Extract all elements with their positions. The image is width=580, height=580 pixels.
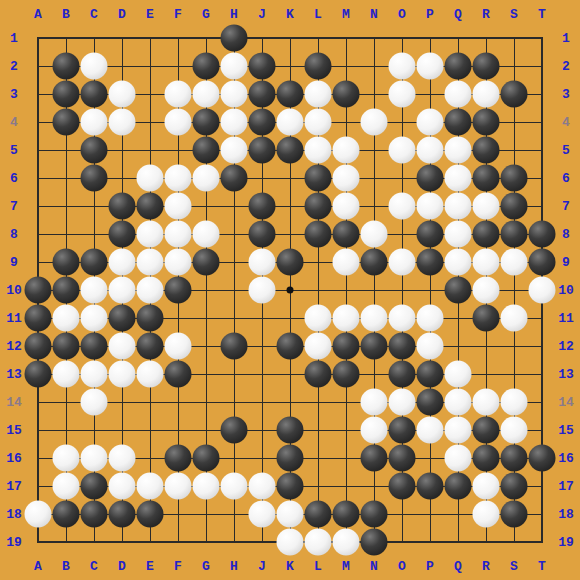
column-label-top: K	[286, 8, 294, 21]
white-stone	[137, 473, 164, 500]
row-label-right: 6	[562, 172, 570, 185]
white-stone	[333, 249, 360, 276]
black-stone	[305, 53, 332, 80]
white-stone	[53, 361, 80, 388]
white-stone	[109, 473, 136, 500]
black-stone	[445, 473, 472, 500]
black-stone	[277, 445, 304, 472]
white-stone	[417, 109, 444, 136]
white-stone	[473, 249, 500, 276]
white-stone	[193, 165, 220, 192]
white-stone	[389, 305, 416, 332]
row-label-left: 5	[10, 144, 18, 157]
white-stone	[109, 445, 136, 472]
black-stone	[389, 417, 416, 444]
white-stone	[165, 333, 192, 360]
black-stone	[249, 109, 276, 136]
black-stone	[445, 53, 472, 80]
black-stone	[249, 53, 276, 80]
column-label-top: M	[342, 8, 350, 21]
white-stone	[417, 137, 444, 164]
black-stone	[53, 109, 80, 136]
black-stone	[501, 165, 528, 192]
white-stone	[445, 417, 472, 444]
white-stone	[445, 81, 472, 108]
white-stone	[473, 277, 500, 304]
white-stone	[81, 53, 108, 80]
white-stone	[417, 53, 444, 80]
black-stone	[221, 165, 248, 192]
white-stone	[445, 165, 472, 192]
white-stone	[501, 417, 528, 444]
white-stone	[221, 109, 248, 136]
white-stone	[361, 109, 388, 136]
column-label-top: O	[398, 8, 406, 21]
white-stone	[109, 361, 136, 388]
white-stone	[249, 277, 276, 304]
black-stone	[53, 53, 80, 80]
row-label-left: 6	[10, 172, 18, 185]
black-stone	[81, 473, 108, 500]
column-label-bottom: G	[202, 560, 210, 573]
white-stone	[473, 389, 500, 416]
white-stone	[361, 221, 388, 248]
white-stone	[81, 277, 108, 304]
black-stone	[529, 249, 556, 276]
column-label-top: F	[174, 8, 182, 21]
black-stone	[53, 501, 80, 528]
black-stone	[81, 249, 108, 276]
black-stone	[473, 109, 500, 136]
black-stone	[389, 361, 416, 388]
white-stone	[445, 389, 472, 416]
white-stone	[109, 277, 136, 304]
white-stone	[361, 417, 388, 444]
column-label-bottom: T	[538, 560, 546, 573]
column-label-bottom: L	[314, 560, 322, 573]
black-stone	[137, 333, 164, 360]
black-stone	[221, 417, 248, 444]
white-stone	[389, 81, 416, 108]
row-label-left: 18	[6, 508, 22, 521]
black-stone	[361, 529, 388, 556]
white-stone	[305, 333, 332, 360]
black-stone	[473, 221, 500, 248]
white-stone	[473, 501, 500, 528]
black-stone	[473, 165, 500, 192]
black-stone	[445, 277, 472, 304]
black-stone	[25, 361, 52, 388]
black-stone	[165, 445, 192, 472]
row-label-left: 11	[6, 312, 22, 325]
white-stone	[445, 445, 472, 472]
row-label-left: 9	[10, 256, 18, 269]
white-stone	[389, 53, 416, 80]
column-label-top: H	[230, 8, 238, 21]
black-stone	[305, 501, 332, 528]
white-stone	[389, 389, 416, 416]
row-label-right: 9	[562, 256, 570, 269]
black-stone	[25, 277, 52, 304]
black-stone	[417, 249, 444, 276]
white-stone	[333, 305, 360, 332]
white-stone	[165, 249, 192, 276]
black-stone	[501, 81, 528, 108]
row-label-right: 16	[558, 452, 574, 465]
row-label-right: 3	[562, 88, 570, 101]
white-stone	[81, 445, 108, 472]
white-stone	[473, 473, 500, 500]
row-label-left: 13	[6, 368, 22, 381]
black-stone	[137, 501, 164, 528]
black-stone	[109, 501, 136, 528]
black-stone	[109, 193, 136, 220]
black-stone	[473, 53, 500, 80]
black-stone	[277, 473, 304, 500]
black-stone	[333, 501, 360, 528]
column-label-bottom: S	[510, 560, 518, 573]
white-stone	[417, 333, 444, 360]
go-board-window: AABBCCDDEEFFGGHHJJKKLLMMNNOOPPQQRRSSTT11…	[0, 0, 580, 580]
white-stone	[109, 109, 136, 136]
white-stone	[53, 305, 80, 332]
column-label-bottom: R	[482, 560, 490, 573]
row-label-left: 1	[10, 32, 18, 45]
row-label-right: 2	[562, 60, 570, 73]
white-stone	[333, 529, 360, 556]
black-stone	[417, 165, 444, 192]
black-stone	[501, 445, 528, 472]
column-label-bottom: Q	[454, 560, 462, 573]
black-stone	[53, 333, 80, 360]
black-stone	[277, 417, 304, 444]
white-stone	[221, 137, 248, 164]
black-stone	[81, 501, 108, 528]
column-label-bottom: H	[230, 560, 238, 573]
white-stone	[81, 361, 108, 388]
black-stone	[109, 305, 136, 332]
black-stone	[333, 221, 360, 248]
black-stone	[361, 501, 388, 528]
row-label-right: 15	[558, 424, 574, 437]
row-label-right: 5	[562, 144, 570, 157]
black-stone	[81, 137, 108, 164]
white-stone	[249, 473, 276, 500]
black-stone	[25, 305, 52, 332]
white-stone	[81, 389, 108, 416]
black-stone	[389, 473, 416, 500]
row-label-right: 8	[562, 228, 570, 241]
black-stone	[193, 249, 220, 276]
row-label-right: 14	[558, 396, 574, 409]
column-label-top: E	[146, 8, 154, 21]
black-stone	[277, 81, 304, 108]
black-stone	[389, 333, 416, 360]
row-label-right: 4	[562, 116, 570, 129]
black-stone	[249, 137, 276, 164]
white-stone	[305, 529, 332, 556]
row-label-right: 17	[558, 480, 574, 493]
white-stone	[165, 221, 192, 248]
black-stone	[221, 25, 248, 52]
black-stone	[473, 305, 500, 332]
black-stone	[501, 221, 528, 248]
black-stone	[417, 473, 444, 500]
black-stone	[81, 165, 108, 192]
black-stone	[249, 81, 276, 108]
white-stone	[445, 137, 472, 164]
white-stone	[445, 249, 472, 276]
column-label-top: A	[34, 8, 42, 21]
column-label-bottom: O	[398, 560, 406, 573]
black-stone	[81, 81, 108, 108]
black-stone	[137, 193, 164, 220]
column-label-bottom: B	[62, 560, 70, 573]
white-stone	[529, 277, 556, 304]
white-stone	[137, 277, 164, 304]
white-stone	[277, 501, 304, 528]
white-stone	[249, 501, 276, 528]
column-label-bottom: N	[370, 560, 378, 573]
black-stone	[501, 473, 528, 500]
white-stone	[109, 81, 136, 108]
row-label-right: 18	[558, 508, 574, 521]
white-stone	[501, 389, 528, 416]
row-label-left: 8	[10, 228, 18, 241]
white-stone	[333, 193, 360, 220]
row-label-right: 19	[558, 536, 574, 549]
white-stone	[305, 305, 332, 332]
black-stone	[193, 137, 220, 164]
black-stone	[305, 221, 332, 248]
row-label-left: 3	[10, 88, 18, 101]
white-stone	[361, 305, 388, 332]
black-stone	[249, 193, 276, 220]
white-stone	[221, 473, 248, 500]
column-label-bottom: J	[258, 560, 266, 573]
white-stone	[81, 109, 108, 136]
black-stone	[473, 417, 500, 444]
white-stone	[165, 473, 192, 500]
white-stone	[333, 165, 360, 192]
black-stone	[417, 361, 444, 388]
black-stone	[221, 333, 248, 360]
white-stone	[109, 333, 136, 360]
white-stone	[53, 445, 80, 472]
column-label-top: Q	[454, 8, 462, 21]
white-stone	[417, 193, 444, 220]
white-stone	[277, 529, 304, 556]
white-stone	[221, 81, 248, 108]
white-stone	[137, 165, 164, 192]
row-label-left: 10	[6, 284, 22, 297]
column-label-bottom: D	[118, 560, 126, 573]
white-stone	[445, 361, 472, 388]
white-stone	[137, 221, 164, 248]
black-stone	[445, 109, 472, 136]
row-label-right: 13	[558, 368, 574, 381]
white-stone	[165, 81, 192, 108]
row-label-right: 12	[558, 340, 574, 353]
black-stone	[361, 333, 388, 360]
star-point	[287, 287, 294, 294]
white-stone	[445, 221, 472, 248]
white-stone	[221, 53, 248, 80]
column-label-top: J	[258, 8, 266, 21]
row-label-left: 16	[6, 452, 22, 465]
white-stone	[137, 361, 164, 388]
row-label-left: 19	[6, 536, 22, 549]
column-label-bottom: C	[90, 560, 98, 573]
white-stone	[501, 305, 528, 332]
black-stone	[81, 333, 108, 360]
black-stone	[417, 389, 444, 416]
white-stone	[165, 193, 192, 220]
row-label-left: 2	[10, 60, 18, 73]
column-label-bottom: A	[34, 560, 42, 573]
row-label-left: 7	[10, 200, 18, 213]
white-stone	[473, 193, 500, 220]
column-label-bottom: K	[286, 560, 294, 573]
white-stone	[305, 137, 332, 164]
row-label-left: 17	[6, 480, 22, 493]
black-stone	[389, 445, 416, 472]
black-stone	[473, 445, 500, 472]
column-label-top: B	[62, 8, 70, 21]
black-stone	[249, 221, 276, 248]
white-stone	[165, 109, 192, 136]
black-stone	[277, 249, 304, 276]
row-label-right: 1	[562, 32, 570, 45]
black-stone	[361, 249, 388, 276]
black-stone	[137, 305, 164, 332]
column-label-top: C	[90, 8, 98, 21]
white-stone	[165, 165, 192, 192]
row-label-left: 14	[6, 396, 22, 409]
white-stone	[25, 501, 52, 528]
white-stone	[249, 249, 276, 276]
row-label-right: 11	[558, 312, 574, 325]
white-stone	[389, 137, 416, 164]
white-stone	[193, 221, 220, 248]
row-label-right: 10	[558, 284, 574, 297]
column-label-top: P	[426, 8, 434, 21]
white-stone	[473, 81, 500, 108]
white-stone	[193, 473, 220, 500]
column-label-bottom: E	[146, 560, 154, 573]
black-stone	[529, 221, 556, 248]
column-label-top: G	[202, 8, 210, 21]
white-stone	[445, 193, 472, 220]
black-stone	[333, 81, 360, 108]
black-stone	[53, 81, 80, 108]
row-label-left: 12	[6, 340, 22, 353]
black-stone	[333, 361, 360, 388]
black-stone	[501, 501, 528, 528]
row-label-left: 15	[6, 424, 22, 437]
black-stone	[305, 193, 332, 220]
white-stone	[109, 249, 136, 276]
black-stone	[193, 109, 220, 136]
black-stone	[501, 193, 528, 220]
black-stone	[53, 249, 80, 276]
white-stone	[389, 193, 416, 220]
white-stone	[333, 137, 360, 164]
white-stone	[81, 305, 108, 332]
white-stone	[501, 249, 528, 276]
black-stone	[529, 445, 556, 472]
white-stone	[193, 81, 220, 108]
black-stone	[165, 277, 192, 304]
white-stone	[277, 109, 304, 136]
black-stone	[193, 53, 220, 80]
white-stone	[361, 389, 388, 416]
column-label-top: R	[482, 8, 490, 21]
white-stone	[389, 249, 416, 276]
column-label-bottom: M	[342, 560, 350, 573]
row-label-left: 4	[10, 116, 18, 129]
column-label-top: L	[314, 8, 322, 21]
black-stone	[305, 361, 332, 388]
column-label-top: T	[538, 8, 546, 21]
black-stone	[25, 333, 52, 360]
row-label-right: 7	[562, 200, 570, 213]
black-stone	[333, 333, 360, 360]
black-stone	[277, 137, 304, 164]
white-stone	[417, 305, 444, 332]
white-stone	[417, 417, 444, 444]
black-stone	[53, 277, 80, 304]
column-label-top: S	[510, 8, 518, 21]
black-stone	[473, 137, 500, 164]
column-label-top: N	[370, 8, 378, 21]
white-stone	[53, 473, 80, 500]
black-stone	[193, 445, 220, 472]
column-label-top: D	[118, 8, 126, 21]
black-stone	[361, 445, 388, 472]
column-label-bottom: F	[174, 560, 182, 573]
column-label-bottom: P	[426, 560, 434, 573]
white-stone	[305, 109, 332, 136]
black-stone	[417, 221, 444, 248]
white-stone	[137, 249, 164, 276]
black-stone	[277, 333, 304, 360]
black-stone	[109, 221, 136, 248]
black-stone	[165, 361, 192, 388]
white-stone	[305, 81, 332, 108]
black-stone	[305, 165, 332, 192]
